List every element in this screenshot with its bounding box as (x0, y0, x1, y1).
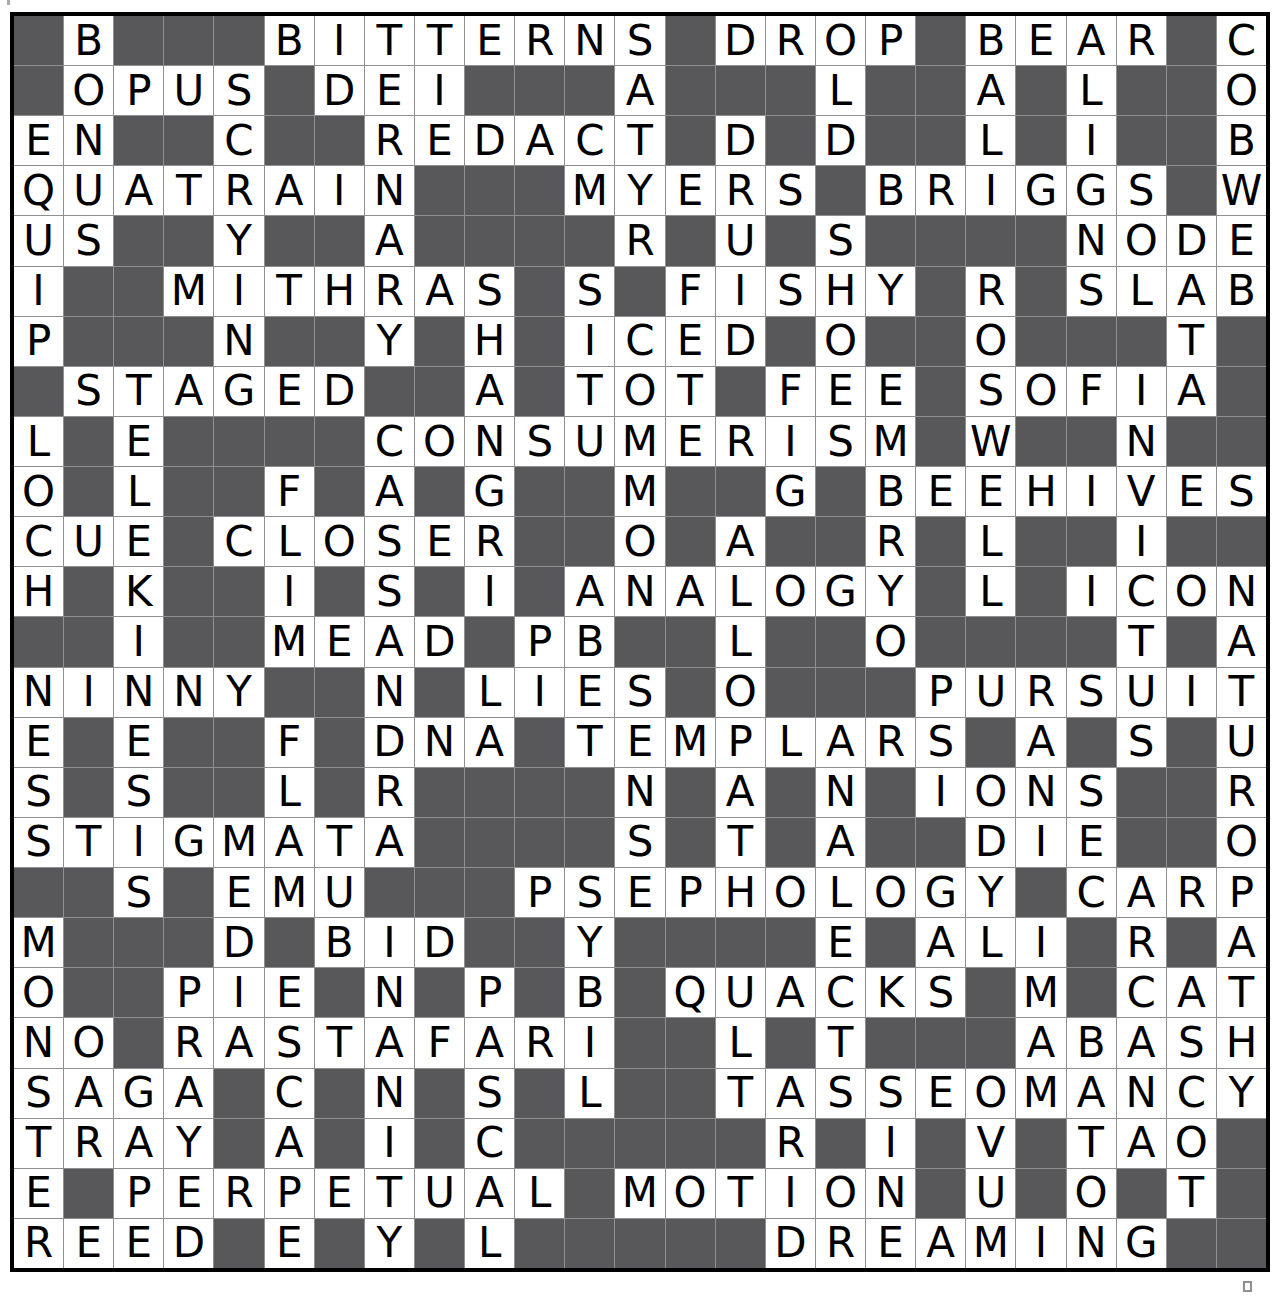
letter-cell-r25-c6[interactable]: E (265, 1219, 314, 1268)
letter-cell-r8-c23[interactable]: I (1117, 367, 1166, 416)
letter-cell-r23-c2[interactable]: R (64, 1119, 113, 1168)
letter-cell-r18-c7[interactable]: U (315, 868, 364, 917)
letter-cell-r12-c23[interactable]: C (1117, 567, 1166, 616)
letter-cell-r14-c5[interactable]: Y (214, 668, 263, 717)
letter-cell-r7-c12[interactable]: I (565, 317, 614, 366)
letter-cell-r3-c13[interactable]: T (615, 116, 664, 165)
letter-cell-r7-c1[interactable]: P (14, 317, 63, 366)
letter-cell-r12-c25[interactable]: N (1217, 567, 1266, 616)
letter-cell-r11-c18[interactable]: R (866, 517, 915, 566)
letter-cell-r13-c12[interactable]: B (565, 617, 614, 666)
letter-cell-r14-c12[interactable]: E (565, 668, 614, 717)
letter-cell-r6-c16[interactable]: S (766, 267, 815, 316)
letter-cell-r10-c16[interactable]: G (766, 467, 815, 516)
letter-cell-r8-c6[interactable]: E (265, 367, 314, 416)
letter-cell-r22-c18[interactable]: S (866, 1069, 915, 1118)
letter-cell-r22-c21[interactable]: M (1016, 1069, 1065, 1118)
letter-cell-r25-c20[interactable]: M (966, 1219, 1015, 1268)
letter-cell-r10-c1[interactable]: O (14, 467, 63, 516)
letter-cell-r20-c19[interactable]: S (916, 968, 965, 1017)
letter-cell-r7-c13[interactable]: C (615, 317, 664, 366)
letter-cell-r9-c20[interactable]: W (966, 417, 1015, 466)
letter-cell-r19-c12[interactable]: Y (565, 918, 614, 967)
letter-cell-r1-c16[interactable]: R (766, 16, 815, 65)
letter-cell-r18-c23[interactable]: A (1117, 868, 1166, 917)
letter-cell-r12-c3[interactable]: K (114, 567, 163, 616)
letter-cell-r13-c9[interactable]: D (415, 617, 464, 666)
letter-cell-r23-c10[interactable]: C (465, 1119, 514, 1168)
letter-cell-r18-c14[interactable]: P (666, 868, 715, 917)
letter-cell-r9-c9[interactable]: O (415, 417, 464, 466)
letter-cell-r13-c15[interactable]: L (716, 617, 765, 666)
letter-cell-r19-c21[interactable]: I (1016, 918, 1065, 967)
letter-cell-r15-c17[interactable]: A (816, 718, 865, 767)
letter-cell-r21-c8[interactable]: A (365, 1018, 414, 1067)
letter-cell-r18-c12[interactable]: S (565, 868, 614, 917)
letter-cell-r20-c14[interactable]: Q (666, 968, 715, 1017)
letter-cell-r25-c22[interactable]: N (1067, 1219, 1116, 1268)
letter-cell-r14-c2[interactable]: I (64, 668, 113, 717)
letter-cell-r14-c22[interactable]: S (1067, 668, 1116, 717)
letter-cell-r14-c13[interactable]: S (615, 668, 664, 717)
letter-cell-r14-c20[interactable]: U (966, 668, 1015, 717)
letter-cell-r10-c24[interactable]: E (1167, 467, 1216, 516)
letter-cell-r16-c8[interactable]: R (365, 768, 414, 817)
letter-cell-r25-c21[interactable]: I (1016, 1219, 1065, 1268)
letter-cell-r24-c20[interactable]: U (966, 1169, 1015, 1218)
letter-cell-r6-c15[interactable]: I (716, 267, 765, 316)
letter-cell-r8-c5[interactable]: G (214, 367, 263, 416)
letter-cell-r24-c11[interactable]: L (515, 1169, 564, 1218)
letter-cell-r2-c22[interactable]: L (1067, 66, 1116, 115)
letter-cell-r19-c5[interactable]: D (214, 918, 263, 967)
letter-cell-r25-c18[interactable]: E (866, 1219, 915, 1268)
letter-cell-r16-c3[interactable]: S (114, 768, 163, 817)
letter-cell-r5-c15[interactable]: U (716, 216, 765, 265)
letter-cell-r19-c23[interactable]: R (1117, 918, 1166, 967)
letter-cell-r17-c21[interactable]: I (1016, 818, 1065, 867)
letter-cell-r9-c1[interactable]: L (14, 417, 63, 466)
letter-cell-r20-c24[interactable]: A (1167, 968, 1216, 1017)
letter-cell-r18-c16[interactable]: O (766, 868, 815, 917)
letter-cell-r19-c1[interactable]: M (14, 918, 63, 967)
letter-cell-r22-c20[interactable]: O (966, 1069, 1015, 1118)
letter-cell-r12-c1[interactable]: H (14, 567, 63, 616)
letter-cell-r4-c23[interactable]: S (1117, 166, 1166, 215)
letter-cell-r19-c25[interactable]: A (1217, 918, 1266, 967)
letter-cell-r11-c23[interactable]: I (1117, 517, 1166, 566)
letter-cell-r4-c22[interactable]: G (1067, 166, 1116, 215)
letter-cell-r5-c22[interactable]: N (1067, 216, 1116, 265)
letter-cell-r18-c6[interactable]: M (265, 868, 314, 917)
letter-cell-r23-c23[interactable]: A (1117, 1119, 1166, 1168)
letter-cell-r21-c4[interactable]: R (164, 1018, 213, 1067)
letter-cell-r6-c12[interactable]: S (565, 267, 614, 316)
letter-cell-r2-c2[interactable]: O (64, 66, 113, 115)
letter-cell-r6-c10[interactable]: S (465, 267, 514, 316)
letter-cell-r15-c3[interactable]: E (114, 718, 163, 767)
letter-cell-r6-c17[interactable]: H (816, 267, 865, 316)
letter-cell-r12-c24[interactable]: O (1167, 567, 1216, 616)
letter-cell-r11-c7[interactable]: O (315, 517, 364, 566)
letter-cell-r24-c14[interactable]: O (666, 1169, 715, 1218)
letter-cell-r1-c10[interactable]: E (465, 16, 514, 65)
letter-cell-r6-c25[interactable]: B (1217, 267, 1266, 316)
letter-cell-r4-c8[interactable]: N (365, 166, 414, 215)
letter-cell-r24-c4[interactable]: E (164, 1169, 213, 1218)
letter-cell-r22-c23[interactable]: N (1117, 1069, 1166, 1118)
letter-cell-r10-c23[interactable]: V (1117, 467, 1166, 516)
letter-cell-r9-c8[interactable]: C (365, 417, 414, 466)
letter-cell-r6-c14[interactable]: F (666, 267, 715, 316)
letter-cell-r16-c13[interactable]: N (615, 768, 664, 817)
letter-cell-r24-c1[interactable]: E (14, 1169, 63, 1218)
letter-cell-r2-c4[interactable]: U (164, 66, 213, 115)
letter-cell-r10-c8[interactable]: A (365, 467, 414, 516)
letter-cell-r1-c25[interactable]: C (1217, 16, 1266, 65)
letter-cell-r3-c12[interactable]: C (565, 116, 614, 165)
letter-cell-r6-c9[interactable]: A (415, 267, 464, 316)
letter-cell-r6-c18[interactable]: Y (866, 267, 915, 316)
letter-cell-r14-c25[interactable]: T (1217, 668, 1266, 717)
letter-cell-r8-c7[interactable]: D (315, 367, 364, 416)
letter-cell-r22-c4[interactable]: A (164, 1069, 213, 1118)
letter-cell-r20-c8[interactable]: N (365, 968, 414, 1017)
letter-cell-r18-c11[interactable]: P (515, 868, 564, 917)
letter-cell-r2-c9[interactable]: I (415, 66, 464, 115)
letter-cell-r6-c24[interactable]: A (1167, 267, 1216, 316)
letter-cell-r1-c17[interactable]: O (816, 16, 865, 65)
letter-cell-r23-c8[interactable]: I (365, 1119, 414, 1168)
letter-cell-r17-c5[interactable]: M (214, 818, 263, 867)
letter-cell-r4-c5[interactable]: R (214, 166, 263, 215)
letter-cell-r14-c15[interactable]: O (716, 668, 765, 717)
letter-cell-r18-c18[interactable]: O (866, 868, 915, 917)
letter-cell-r24-c15[interactable]: T (716, 1169, 765, 1218)
letter-cell-r11-c5[interactable]: C (214, 517, 263, 566)
letter-cell-r1-c9[interactable]: T (415, 16, 464, 65)
letter-cell-r6-c7[interactable]: H (315, 267, 364, 316)
letter-cell-r12-c20[interactable]: L (966, 567, 1015, 616)
letter-cell-r4-c20[interactable]: I (966, 166, 1015, 215)
letter-cell-r24-c10[interactable]: A (465, 1169, 514, 1218)
letter-cell-r8-c2[interactable]: S (64, 367, 113, 416)
letter-cell-r13-c25[interactable]: A (1217, 617, 1266, 666)
letter-cell-r12-c22[interactable]: I (1067, 567, 1116, 616)
letter-cell-r4-c21[interactable]: G (1016, 166, 1065, 215)
letter-cell-r24-c13[interactable]: M (615, 1169, 664, 1218)
letter-cell-r18-c3[interactable]: S (114, 868, 163, 917)
letter-cell-r14-c3[interactable]: N (114, 668, 163, 717)
letter-cell-r1-c20[interactable]: B (966, 16, 1015, 65)
letter-cell-r12-c12[interactable]: A (565, 567, 614, 616)
letter-cell-r15-c12[interactable]: T (565, 718, 614, 767)
letter-cell-r2-c20[interactable]: A (966, 66, 1015, 115)
letter-cell-r23-c20[interactable]: V (966, 1119, 1015, 1168)
letter-cell-r2-c8[interactable]: E (365, 66, 414, 115)
letter-cell-r17-c15[interactable]: T (716, 818, 765, 867)
letter-cell-r21-c22[interactable]: B (1067, 1018, 1116, 1067)
letter-cell-r16-c25[interactable]: R (1217, 768, 1266, 817)
letter-cell-r18-c15[interactable]: H (716, 868, 765, 917)
letter-cell-r20-c5[interactable]: I (214, 968, 263, 1017)
letter-cell-r1-c21[interactable]: E (1016, 16, 1065, 65)
letter-cell-r25-c17[interactable]: R (816, 1219, 865, 1268)
letter-cell-r14-c11[interactable]: I (515, 668, 564, 717)
letter-cell-r21-c15[interactable]: L (716, 1018, 765, 1067)
letter-cell-r23-c22[interactable]: T (1067, 1119, 1116, 1168)
letter-cell-r13-c6[interactable]: M (265, 617, 314, 666)
letter-cell-r24-c9[interactable]: U (415, 1169, 464, 1218)
letter-cell-r22-c24[interactable]: C (1167, 1069, 1216, 1118)
letter-cell-r1-c23[interactable]: R (1117, 16, 1166, 65)
letter-cell-r24-c18[interactable]: N (866, 1169, 915, 1218)
letter-cell-r23-c24[interactable]: O (1167, 1119, 1216, 1168)
letter-cell-r25-c16[interactable]: D (766, 1219, 815, 1268)
letter-cell-r5-c24[interactable]: D (1167, 216, 1216, 265)
letter-cell-r6-c6[interactable]: T (265, 267, 314, 316)
letter-cell-r23-c3[interactable]: A (114, 1119, 163, 1168)
letter-cell-r16-c20[interactable]: O (966, 768, 1015, 817)
letter-cell-r10-c21[interactable]: H (1016, 467, 1065, 516)
letter-cell-r20-c21[interactable]: M (1016, 968, 1065, 1017)
letter-cell-r2-c17[interactable]: L (816, 66, 865, 115)
letter-cell-r24-c17[interactable]: O (816, 1169, 865, 1218)
letter-cell-r15-c23[interactable]: S (1117, 718, 1166, 767)
letter-cell-r8-c12[interactable]: T (565, 367, 614, 416)
letter-cell-r8-c16[interactable]: F (766, 367, 815, 416)
letter-cell-r12-c8[interactable]: S (365, 567, 414, 616)
letter-cell-r24-c22[interactable]: O (1067, 1169, 1116, 1218)
letter-cell-r13-c23[interactable]: T (1117, 617, 1166, 666)
letter-cell-r8-c17[interactable]: E (816, 367, 865, 416)
letter-cell-r21-c12[interactable]: I (565, 1018, 614, 1067)
letter-cell-r24-c7[interactable]: E (315, 1169, 364, 1218)
letter-cell-r12-c15[interactable]: L (716, 567, 765, 616)
letter-cell-r12-c6[interactable]: I (265, 567, 314, 616)
letter-cell-r4-c1[interactable]: Q (14, 166, 63, 215)
letter-cell-r25-c4[interactable]: D (164, 1219, 213, 1268)
letter-cell-r5-c8[interactable]: A (365, 216, 414, 265)
letter-cell-r17-c1[interactable]: S (14, 818, 63, 867)
letter-cell-r23-c1[interactable]: T (14, 1119, 63, 1168)
letter-cell-r17-c6[interactable]: A (265, 818, 314, 867)
letter-cell-r21-c1[interactable]: N (14, 1018, 63, 1067)
letter-cell-r25-c2[interactable]: E (64, 1219, 113, 1268)
letter-cell-r7-c5[interactable]: N (214, 317, 263, 366)
letter-cell-r19-c8[interactable]: I (365, 918, 414, 967)
letter-cell-r15-c25[interactable]: U (1217, 718, 1266, 767)
letter-cell-r20-c17[interactable]: C (816, 968, 865, 1017)
letter-cell-r21-c23[interactable]: A (1117, 1018, 1166, 1067)
letter-cell-r3-c22[interactable]: I (1067, 116, 1116, 165)
letter-cell-r8-c18[interactable]: E (866, 367, 915, 416)
letter-cell-r4-c12[interactable]: M (565, 166, 614, 215)
letter-cell-r21-c5[interactable]: A (214, 1018, 263, 1067)
letter-cell-r14-c19[interactable]: P (916, 668, 965, 717)
letter-cell-r7-c24[interactable]: T (1167, 317, 1216, 366)
letter-cell-r15-c13[interactable]: E (615, 718, 664, 767)
letter-cell-r5-c5[interactable]: Y (214, 216, 263, 265)
letter-cell-r16-c1[interactable]: S (14, 768, 63, 817)
letter-cell-r17-c3[interactable]: I (114, 818, 163, 867)
letter-cell-r6-c4[interactable]: M (164, 267, 213, 316)
letter-cell-r8-c3[interactable]: T (114, 367, 163, 416)
letter-cell-r2-c25[interactable]: O (1217, 66, 1266, 115)
letter-cell-r21-c7[interactable]: T (315, 1018, 364, 1067)
letter-cell-r5-c2[interactable]: S (64, 216, 113, 265)
letter-cell-r7-c14[interactable]: E (666, 317, 715, 366)
letter-cell-r9-c13[interactable]: M (615, 417, 664, 466)
letter-cell-r1-c13[interactable]: S (615, 16, 664, 65)
letter-cell-r17-c17[interactable]: A (816, 818, 865, 867)
letter-cell-r9-c23[interactable]: N (1117, 417, 1166, 466)
letter-cell-r18-c24[interactable]: R (1167, 868, 1216, 917)
letter-cell-r5-c17[interactable]: S (816, 216, 865, 265)
letter-cell-r4-c25[interactable]: W (1217, 166, 1266, 215)
letter-cell-r13-c8[interactable]: A (365, 617, 414, 666)
letter-cell-r7-c15[interactable]: D (716, 317, 765, 366)
letter-cell-r15-c15[interactable]: P (716, 718, 765, 767)
letter-cell-r11-c2[interactable]: U (64, 517, 113, 566)
letter-cell-r4-c4[interactable]: T (164, 166, 213, 215)
letter-cell-r5-c23[interactable]: O (1117, 216, 1166, 265)
letter-cell-r21-c10[interactable]: A (465, 1018, 514, 1067)
letter-cell-r1-c11[interactable]: R (515, 16, 564, 65)
letter-cell-r12-c14[interactable]: A (666, 567, 715, 616)
letter-cell-r19-c7[interactable]: B (315, 918, 364, 967)
letter-cell-r21-c11[interactable]: R (515, 1018, 564, 1067)
letter-cell-r3-c5[interactable]: C (214, 116, 263, 165)
letter-cell-r25-c3[interactable]: E (114, 1219, 163, 1268)
letter-cell-r15-c18[interactable]: R (866, 718, 915, 767)
letter-cell-r4-c18[interactable]: B (866, 166, 915, 215)
letter-cell-r17-c8[interactable]: A (365, 818, 414, 867)
letter-cell-r13-c18[interactable]: O (866, 617, 915, 666)
letter-cell-r7-c17[interactable]: O (816, 317, 865, 366)
letter-cell-r10-c25[interactable]: S (1217, 467, 1266, 516)
letter-cell-r20-c18[interactable]: K (866, 968, 915, 1017)
letter-cell-r13-c3[interactable]: I (114, 617, 163, 666)
letter-cell-r17-c20[interactable]: D (966, 818, 1015, 867)
letter-cell-r12-c17[interactable]: G (816, 567, 865, 616)
letter-cell-r16-c19[interactable]: I (916, 768, 965, 817)
letter-cell-r22-c1[interactable]: S (14, 1069, 63, 1118)
letter-cell-r6-c8[interactable]: R (365, 267, 414, 316)
letter-cell-r19-c19[interactable]: A (916, 918, 965, 967)
letter-cell-r10-c13[interactable]: M (615, 467, 664, 516)
letter-cell-r21-c17[interactable]: T (816, 1018, 865, 1067)
letter-cell-r19-c17[interactable]: E (816, 918, 865, 967)
letter-cell-r11-c1[interactable]: C (14, 517, 63, 566)
letter-cell-r9-c11[interactable]: S (515, 417, 564, 466)
letter-cell-r9-c18[interactable]: M (866, 417, 915, 466)
letter-cell-r11-c13[interactable]: O (615, 517, 664, 566)
letter-cell-r8-c4[interactable]: A (164, 367, 213, 416)
letter-cell-r5-c1[interactable]: U (14, 216, 63, 265)
letter-cell-r4-c7[interactable]: I (315, 166, 364, 215)
letter-cell-r24-c5[interactable]: R (214, 1169, 263, 1218)
letter-cell-r18-c19[interactable]: G (916, 868, 965, 917)
letter-cell-r22-c17[interactable]: S (816, 1069, 865, 1118)
letter-cell-r22-c2[interactable]: A (64, 1069, 113, 1118)
letter-cell-r24-c16[interactable]: I (766, 1169, 815, 1218)
letter-cell-r3-c9[interactable]: E (415, 116, 464, 165)
letter-cell-r20-c16[interactable]: A (766, 968, 815, 1017)
letter-cell-r8-c13[interactable]: O (615, 367, 664, 416)
letter-cell-r22-c25[interactable]: Y (1217, 1069, 1266, 1118)
letter-cell-r25-c23[interactable]: G (1117, 1219, 1166, 1268)
letter-cell-r21-c21[interactable]: A (1016, 1018, 1065, 1067)
letter-cell-r4-c16[interactable]: S (766, 166, 815, 215)
letter-cell-r8-c14[interactable]: T (666, 367, 715, 416)
letter-cell-r4-c19[interactable]: R (916, 166, 965, 215)
letter-cell-r14-c24[interactable]: I (1167, 668, 1216, 717)
letter-cell-r14-c10[interactable]: L (465, 668, 514, 717)
letter-cell-r16-c17[interactable]: N (816, 768, 865, 817)
letter-cell-r3-c17[interactable]: D (816, 116, 865, 165)
letter-cell-r11-c3[interactable]: E (114, 517, 163, 566)
letter-cell-r21-c6[interactable]: S (265, 1018, 314, 1067)
letter-cell-r24-c8[interactable]: T (365, 1169, 414, 1218)
letter-cell-r3-c10[interactable]: D (465, 116, 514, 165)
letter-cell-r11-c10[interactable]: R (465, 517, 514, 566)
letter-cell-r14-c21[interactable]: R (1016, 668, 1065, 717)
letter-cell-r21-c24[interactable]: S (1167, 1018, 1216, 1067)
letter-cell-r11-c15[interactable]: A (716, 517, 765, 566)
letter-cell-r7-c10[interactable]: H (465, 317, 514, 366)
letter-cell-r12-c10[interactable]: I (465, 567, 514, 616)
letter-cell-r1-c8[interactable]: T (365, 16, 414, 65)
letter-cell-r20-c10[interactable]: P (465, 968, 514, 1017)
letter-cell-r22-c12[interactable]: L (565, 1069, 614, 1118)
letter-cell-r3-c20[interactable]: L (966, 116, 1015, 165)
letter-cell-r11-c8[interactable]: S (365, 517, 414, 566)
letter-cell-r20-c1[interactable]: O (14, 968, 63, 1017)
letter-cell-r2-c13[interactable]: A (615, 66, 664, 115)
letter-cell-r10-c20[interactable]: E (966, 467, 1015, 516)
letter-cell-r3-c11[interactable]: A (515, 116, 564, 165)
letter-cell-r1-c7[interactable]: I (315, 16, 364, 65)
letter-cell-r20-c25[interactable]: T (1217, 968, 1266, 1017)
letter-cell-r23-c4[interactable]: Y (164, 1119, 213, 1168)
letter-cell-r14-c1[interactable]: N (14, 668, 63, 717)
letter-cell-r1-c2[interactable]: B (64, 16, 113, 65)
letter-cell-r22-c3[interactable]: G (114, 1069, 163, 1118)
letter-cell-r6-c20[interactable]: R (966, 267, 1015, 316)
letter-cell-r17-c4[interactable]: G (164, 818, 213, 867)
letter-cell-r3-c8[interactable]: R (365, 116, 414, 165)
letter-cell-r18-c17[interactable]: L (816, 868, 865, 917)
letter-cell-r10-c22[interactable]: I (1067, 467, 1116, 516)
letter-cell-r19-c9[interactable]: D (415, 918, 464, 967)
letter-cell-r12-c13[interactable]: N (615, 567, 664, 616)
letter-cell-r16-c22[interactable]: S (1067, 768, 1116, 817)
letter-cell-r15-c14[interactable]: M (666, 718, 715, 767)
letter-cell-r23-c18[interactable]: I (866, 1119, 915, 1168)
letter-cell-r9-c15[interactable]: R (716, 417, 765, 466)
letter-cell-r2-c7[interactable]: D (315, 66, 364, 115)
letter-cell-r3-c15[interactable]: D (716, 116, 765, 165)
letter-cell-r13-c7[interactable]: E (315, 617, 364, 666)
letter-cell-r15-c9[interactable]: N (415, 718, 464, 767)
letter-cell-r20-c12[interactable]: B (565, 968, 614, 1017)
letter-cell-r9-c16[interactable]: I (766, 417, 815, 466)
letter-cell-r18-c25[interactable]: P (1217, 868, 1266, 917)
letter-cell-r9-c3[interactable]: E (114, 417, 163, 466)
letter-cell-r1-c22[interactable]: A (1067, 16, 1116, 65)
letter-cell-r23-c6[interactable]: A (265, 1119, 314, 1168)
